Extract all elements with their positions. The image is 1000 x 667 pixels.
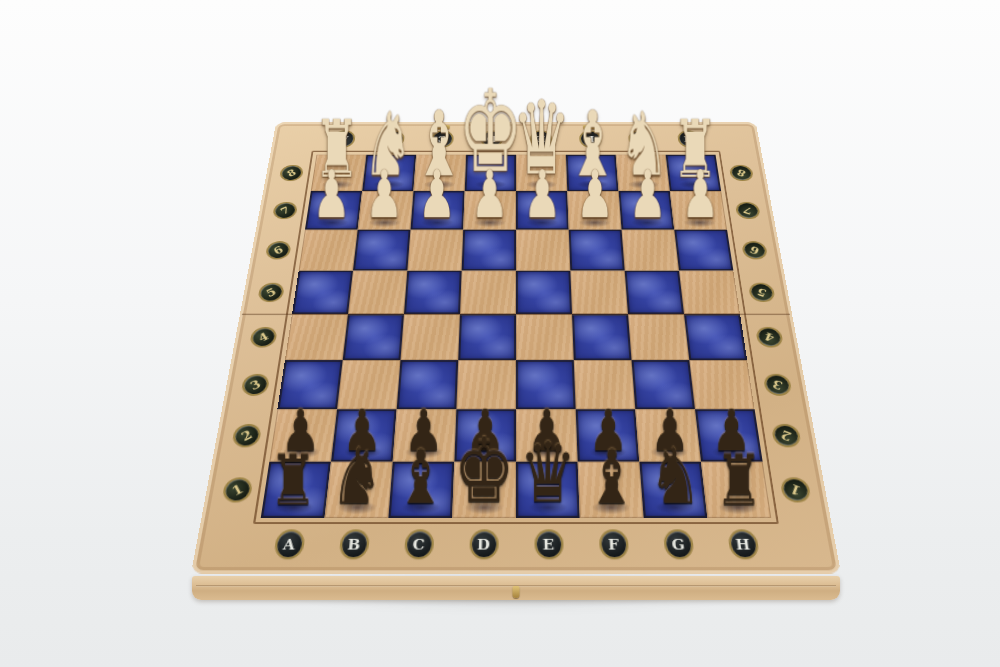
square-c2: ♟	[393, 409, 457, 461]
coordinate-slot: D	[450, 524, 516, 565]
square-f2: ♟	[576, 409, 640, 461]
square-b4	[343, 314, 404, 360]
square-g1: ♞	[639, 462, 707, 518]
black-pawn-d2: ♟	[466, 402, 505, 459]
square-e8: ♛	[516, 155, 567, 191]
square-e3	[516, 360, 576, 409]
square-a1: ♜	[261, 462, 331, 518]
square-h1: ♜	[701, 462, 771, 518]
file-label-A: A	[333, 132, 353, 147]
coordinate-slot: 5	[248, 271, 293, 314]
hinge-icon	[434, 125, 450, 129]
square-b6	[353, 230, 410, 271]
coordinate-slot: C	[417, 127, 468, 151]
piece-shadow	[520, 216, 565, 229]
hinge-icon	[583, 125, 599, 129]
square-b1: ♞	[325, 462, 393, 518]
square-b5	[348, 271, 407, 314]
rank-label-4: 4	[249, 325, 277, 349]
square-e2: ♟	[516, 409, 578, 461]
white-knight-b8: ♞	[363, 101, 414, 189]
coordinate-slot: 3	[231, 360, 279, 409]
coordinate-slot: 1	[211, 462, 263, 518]
black-pawn-f2: ♟	[589, 402, 628, 459]
square-d5	[460, 271, 516, 314]
piece-shadow	[642, 444, 696, 461]
coordinate-slot: G	[614, 127, 666, 151]
piece-shadow	[459, 444, 512, 461]
rank-label-7: 7	[272, 200, 298, 220]
rank-label-2: 2	[231, 422, 261, 449]
square-a4	[285, 314, 348, 360]
rank-label-8: 8	[729, 164, 753, 182]
file-label-C: C	[406, 531, 432, 557]
coordinate-slot: 5	[739, 271, 784, 314]
white-knight-g8: ♞	[619, 101, 670, 189]
white-queen-e8: ♛	[512, 87, 571, 189]
piece-shadow	[417, 179, 461, 191]
file-label-D: D	[471, 531, 496, 557]
coordinate-slot: 6	[733, 230, 776, 271]
square-a3	[277, 360, 342, 409]
square-c7: ♟	[410, 191, 464, 230]
rank-label-6: 6	[265, 239, 292, 260]
coordinate-slot: 2	[221, 409, 271, 461]
coordinate-slot: F	[580, 524, 647, 565]
rank-label-6: 6	[741, 240, 766, 260]
coordinate-slot: 7	[727, 191, 769, 230]
coordinate-slot: 8	[271, 155, 312, 191]
piece-shadow	[581, 444, 635, 461]
rank-label-3: 3	[763, 372, 791, 396]
file-label-H: H	[729, 531, 757, 557]
square-a5	[292, 271, 353, 314]
square-e6	[516, 230, 570, 271]
rank-label-7: 7	[735, 201, 760, 220]
coordinate-slot: 7	[263, 191, 305, 230]
square-a7: ♟	[305, 191, 362, 230]
black-bishop-c1: ♝	[395, 441, 446, 515]
square-h7: ♟	[670, 191, 727, 230]
coordinate-slot: 4	[746, 314, 792, 360]
piece-shadow	[393, 498, 448, 516]
coordinate-slot: 2	[761, 409, 811, 461]
rank-label-2: 2	[771, 422, 800, 448]
square-f8: ♝	[566, 155, 619, 191]
file-label-E: E	[536, 531, 561, 557]
coordinate-slot: H	[708, 524, 778, 565]
piece-shadow	[265, 498, 322, 516]
square-e4	[516, 314, 574, 360]
piece-shadow	[647, 498, 703, 516]
square-c6	[407, 230, 463, 271]
file-label-E: E	[531, 132, 550, 147]
file-label-B: B	[340, 531, 367, 557]
photo-background: ABCDEFGH ABCDEFGH 87654321 87654321 ♜♞♝♚…	[0, 0, 1000, 667]
black-pawn-c2: ♟	[404, 402, 443, 459]
black-pawn-b2: ♟	[342, 402, 381, 459]
piece-shadow	[520, 179, 564, 191]
file-labels-top: ABCDEFGH	[317, 127, 715, 151]
coordinate-slot: 8	[721, 155, 762, 191]
square-d8: ♚	[465, 155, 516, 191]
square-f4	[572, 314, 632, 360]
file-label-D: D	[482, 132, 501, 147]
white-rook-h8: ♜	[672, 110, 718, 189]
coordinate-slot: E	[516, 524, 582, 565]
piece-shadow	[570, 179, 614, 191]
coordinate-slot: A	[317, 127, 369, 151]
coordinate-slot: G	[644, 524, 713, 565]
piece-shadow	[467, 216, 512, 229]
rank-label-1: 1	[221, 475, 252, 504]
file-label-G: G	[665, 531, 692, 557]
square-b3	[337, 360, 400, 409]
rank-label-1: 1	[780, 475, 810, 503]
file-label-A: A	[275, 531, 303, 557]
square-c1: ♝	[388, 462, 454, 518]
square-h4	[684, 314, 747, 360]
piece-shadow	[274, 444, 329, 461]
square-g8: ♞	[616, 155, 670, 191]
white-bishop-f8: ♝	[567, 98, 619, 189]
board-squares: ♜♞♝♚♛♝♞♜♟♟♟♟♟♟♟♟♟♟♟♟♟♟♟♟♜♞♝♚♛♝♞♜	[261, 155, 772, 518]
piece-shadow	[584, 498, 639, 516]
file-label-F: F	[580, 132, 599, 147]
file-label-B: B	[383, 132, 403, 147]
square-c5	[404, 271, 462, 314]
rank-label-5: 5	[257, 281, 285, 303]
white-rook-a8: ♜	[314, 110, 360, 189]
square-f3	[574, 360, 636, 409]
piece-shadow	[468, 179, 512, 191]
square-a6	[299, 230, 358, 271]
black-pawn-e2: ♟	[527, 402, 566, 459]
black-pawn-h2: ♟	[712, 402, 751, 459]
black-rook-a1: ♜	[269, 445, 317, 515]
square-h6	[674, 230, 733, 271]
coordinate-slot: A	[254, 524, 324, 565]
piece-shadow	[362, 216, 408, 229]
square-d3	[456, 360, 516, 409]
square-e1: ♛	[516, 462, 580, 518]
square-f5	[570, 271, 628, 314]
coordinate-slot: C	[385, 524, 452, 565]
piece-shadow	[703, 444, 758, 461]
square-e5	[516, 271, 572, 314]
rank-label-4: 4	[755, 325, 782, 348]
piece-shadow	[309, 216, 356, 229]
piece-shadow	[414, 216, 460, 229]
perspective-scene: ABCDEFGH ABCDEFGH 87654321 87654321 ♜♞♝♚…	[240, 38, 792, 590]
coordinate-slot: E	[516, 127, 566, 151]
square-h3	[689, 360, 754, 409]
black-king-d1: ♚	[454, 426, 515, 515]
piece-shadow	[676, 216, 723, 229]
coordinate-slot: B	[319, 524, 388, 565]
square-f6	[569, 230, 625, 271]
coordinate-slot: 4	[240, 314, 286, 360]
square-d6	[462, 230, 516, 271]
piece-shadow	[366, 179, 411, 191]
piece-shadow	[397, 444, 451, 461]
rank-label-3: 3	[240, 372, 269, 397]
piece-shadow	[336, 444, 390, 461]
piece-shadow	[710, 498, 767, 516]
coordinate-slot: H	[663, 127, 715, 151]
square-b7: ♟	[358, 191, 414, 230]
square-g4	[628, 314, 689, 360]
piece-shadow	[520, 444, 573, 461]
piece-shadow	[672, 179, 717, 191]
black-rook-h1: ♜	[715, 445, 763, 515]
file-label-C: C	[432, 132, 451, 147]
latch-pin-icon	[513, 586, 520, 598]
square-h5	[679, 271, 740, 314]
square-b2: ♟	[331, 409, 397, 461]
square-d2: ♟	[454, 409, 516, 461]
chess-board: ABCDEFGH ABCDEFGH 87654321 87654321 ♜♞♝♚…	[191, 122, 841, 573]
board-front-edge	[192, 576, 840, 600]
coordinate-slot: D	[466, 127, 516, 151]
square-a2: ♟	[269, 409, 337, 461]
square-b8: ♞	[362, 155, 416, 191]
piece-shadow	[457, 498, 512, 516]
file-label-G: G	[629, 132, 649, 147]
rank-label-8: 8	[278, 163, 303, 182]
square-g5	[625, 271, 684, 314]
piece-shadow	[572, 216, 618, 229]
square-g2: ♟	[635, 409, 701, 461]
coordinate-slot: F	[565, 127, 616, 151]
white-bishop-c8: ♝	[413, 98, 465, 189]
black-bishop-f1: ♝	[586, 441, 637, 515]
square-e7: ♟	[516, 191, 569, 230]
coordinate-slot: B	[367, 127, 419, 151]
rank-label-5: 5	[748, 281, 774, 303]
piece-shadow	[521, 498, 576, 516]
square-f7: ♟	[567, 191, 621, 230]
black-pawn-g2: ♟	[650, 402, 689, 459]
square-c4	[400, 314, 460, 360]
file-label-F: F	[600, 531, 626, 557]
square-h2: ♟	[695, 409, 763, 461]
piece-shadow	[621, 179, 666, 191]
square-d7: ♟	[463, 191, 516, 230]
square-d4	[458, 314, 516, 360]
piece-shadow	[315, 179, 360, 191]
white-king-d8: ♚	[458, 76, 524, 189]
square-h8: ♜	[666, 155, 721, 191]
coordinate-slot: 1	[769, 462, 821, 518]
square-a8: ♜	[311, 155, 366, 191]
square-g3	[632, 360, 695, 409]
square-c8: ♝	[413, 155, 466, 191]
file-labels-bottom: ABCDEFGH	[254, 524, 779, 565]
square-g7: ♟	[619, 191, 675, 230]
square-g6	[622, 230, 679, 271]
black-pawn-a2: ♟	[281, 402, 320, 459]
piece-shadow	[329, 498, 385, 516]
coordinate-slot: 6	[256, 230, 299, 271]
square-d1: ♚	[452, 462, 516, 518]
file-label-H: H	[678, 132, 698, 147]
square-f1: ♝	[578, 462, 644, 518]
coordinate-slot: 3	[753, 360, 801, 409]
square-c3	[397, 360, 459, 409]
piece-shadow	[624, 216, 670, 229]
